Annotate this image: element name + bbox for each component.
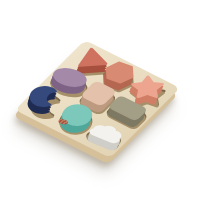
product-photo xyxy=(0,0,200,200)
puzzle-board xyxy=(15,40,180,158)
